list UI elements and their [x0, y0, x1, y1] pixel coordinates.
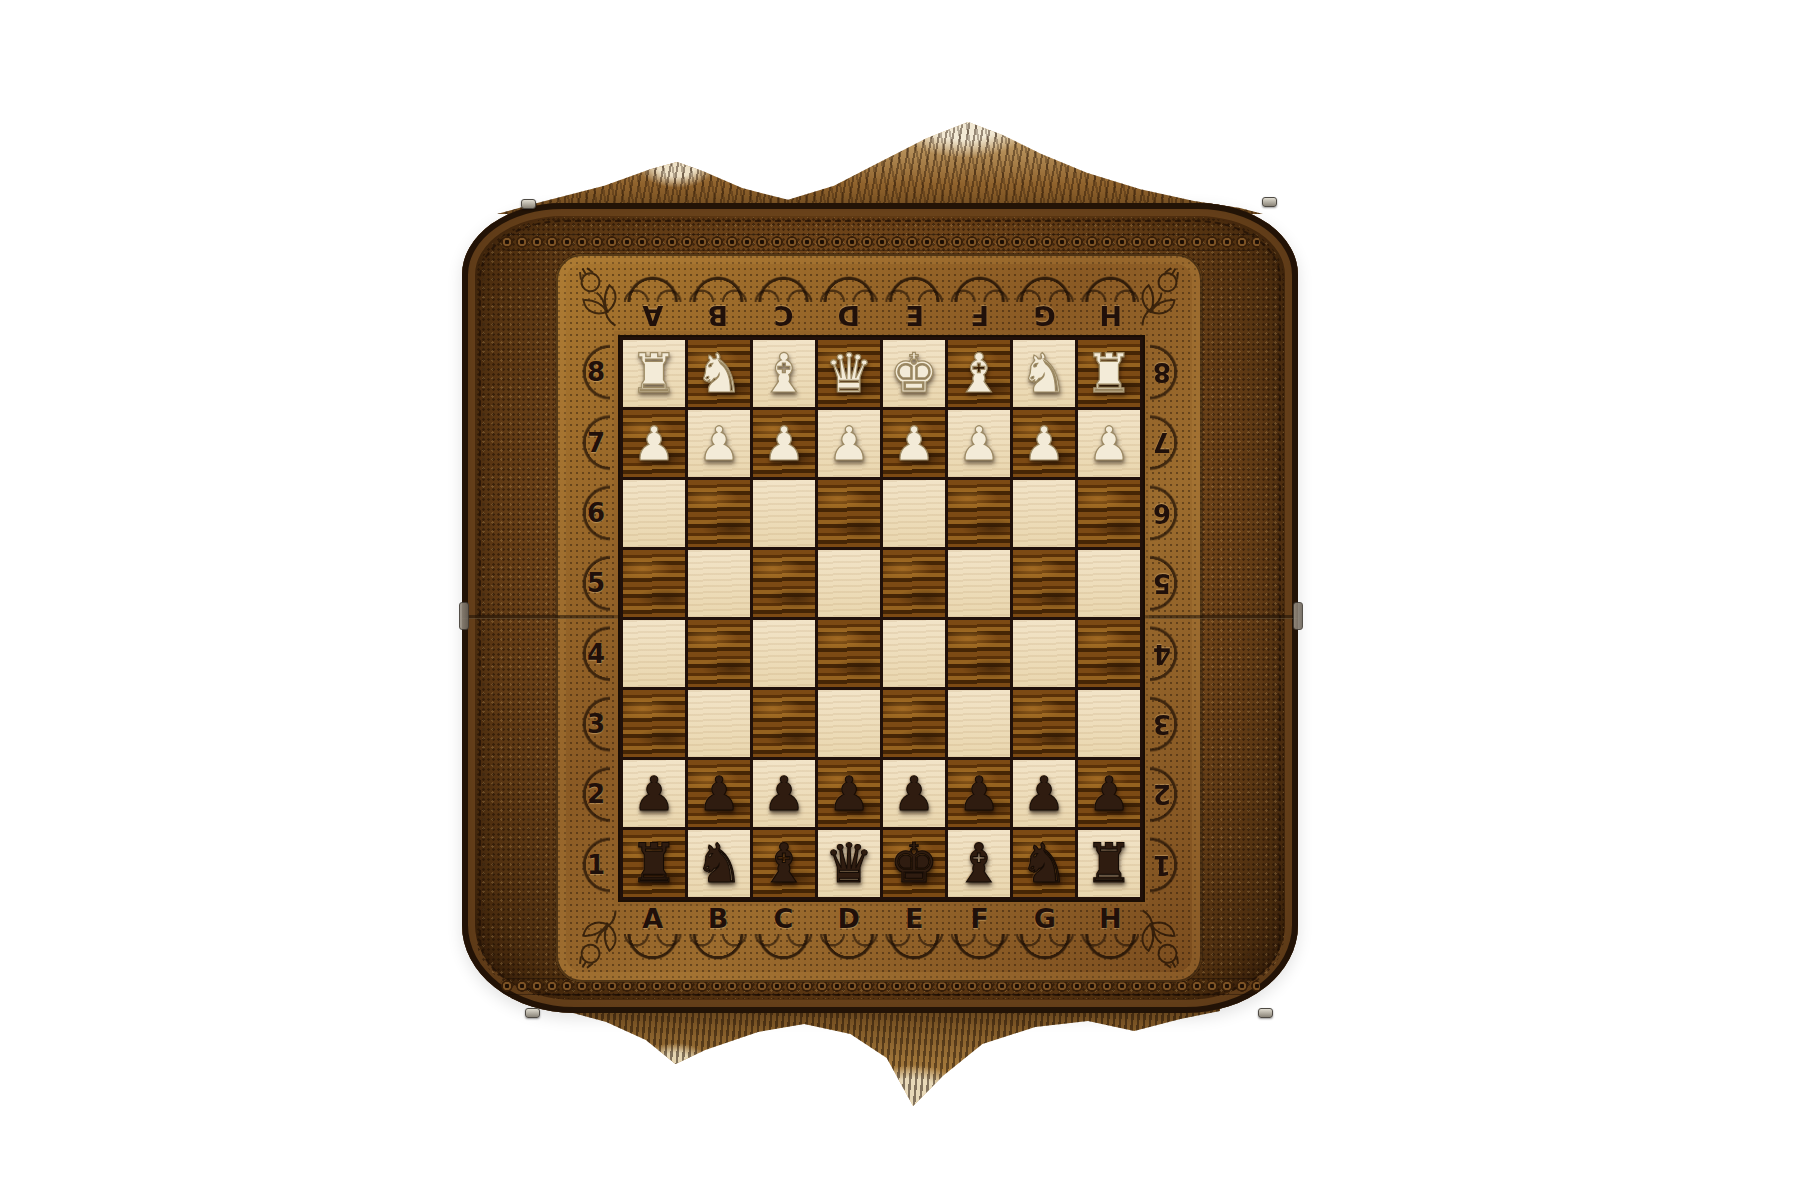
file-label-e: E [882, 901, 947, 935]
file-label-f: F [947, 901, 1012, 935]
square-d3 [818, 690, 880, 757]
rank-label-1: 1 [578, 830, 614, 900]
chess-board: ♜♞♝♛♚♝♞♜♟♟♟♟♟♟♟♟♟♟♟♟♟♟♟♟♜♞♝♛♚♝♞♜ [620, 337, 1143, 900]
white-pawn: ♟ [1023, 420, 1065, 467]
square-h8: ♜ [1078, 340, 1140, 407]
rank-label-3: 3 [1144, 689, 1180, 759]
black-knight: ♞ [695, 837, 743, 891]
file-label-d: D [816, 901, 881, 935]
square-d8: ♛ [818, 340, 880, 407]
file-label-c: C [751, 299, 816, 333]
rank-label-8: 8 [1144, 337, 1180, 407]
file-labels-top: ABCDEFGH [620, 299, 1143, 333]
square-h4 [1078, 620, 1140, 687]
rank-label-2: 2 [578, 759, 614, 829]
file-label-g: G [1012, 299, 1077, 333]
black-queen: ♛ [825, 837, 873, 891]
square-f4 [948, 620, 1010, 687]
square-d5 [818, 550, 880, 617]
corner-pin-top-right [1262, 197, 1277, 207]
white-queen: ♛ [825, 347, 873, 401]
black-rook: ♜ [1085, 837, 1133, 891]
black-pawn: ♟ [1023, 770, 1065, 817]
black-pawn: ♟ [958, 770, 1000, 817]
rank-label-4: 4 [1144, 619, 1180, 689]
file-label-a: A [620, 299, 685, 333]
rank-label-4: 4 [578, 619, 614, 689]
black-bishop: ♝ [760, 837, 808, 891]
square-f2: ♟ [948, 760, 1010, 827]
file-label-b: B [685, 901, 750, 935]
rank-labels-left: 87654321 [578, 337, 614, 900]
corner-pin-bottom-left [525, 1008, 540, 1018]
file-label-h: H [1078, 901, 1143, 935]
square-b2: ♟ [688, 760, 750, 827]
corner-pin-top-left [521, 199, 536, 209]
lace-arches-bottom [620, 934, 1143, 974]
rank-label-5: 5 [578, 548, 614, 618]
square-h3 [1078, 690, 1140, 757]
white-pawn: ♟ [958, 420, 1000, 467]
square-e3 [883, 690, 945, 757]
rank-labels-right: 87654321 [1144, 337, 1180, 900]
square-a1: ♜ [623, 830, 685, 897]
square-g4 [1013, 620, 1075, 687]
black-pawn: ♟ [698, 770, 740, 817]
rank-label-8: 8 [578, 337, 614, 407]
file-labels-bottom: ABCDEFGH [620, 901, 1143, 935]
white-pawn: ♟ [893, 420, 935, 467]
white-bishop: ♝ [955, 347, 1003, 401]
white-knight: ♞ [695, 347, 743, 401]
square-b8: ♞ [688, 340, 750, 407]
square-e5 [883, 550, 945, 617]
square-b7: ♟ [688, 410, 750, 477]
square-a5 [623, 550, 685, 617]
square-d7: ♟ [818, 410, 880, 477]
black-knight: ♞ [1020, 837, 1068, 891]
rank-label-6: 6 [578, 478, 614, 548]
rank-label-6: 6 [1144, 478, 1180, 548]
black-bishop: ♝ [955, 837, 1003, 891]
square-c8: ♝ [753, 340, 815, 407]
rank-label-1: 1 [1144, 830, 1180, 900]
file-label-h: H [1078, 299, 1143, 333]
rank-label-3: 3 [578, 689, 614, 759]
white-knight: ♞ [1020, 347, 1068, 401]
square-d6 [818, 480, 880, 547]
black-rook: ♜ [630, 837, 678, 891]
square-b3 [688, 690, 750, 757]
square-f7: ♟ [948, 410, 1010, 477]
white-pawn: ♟ [698, 420, 740, 467]
square-c3 [753, 690, 815, 757]
black-pawn: ♟ [828, 770, 870, 817]
white-pawn: ♟ [1088, 420, 1130, 467]
square-a8: ♜ [623, 340, 685, 407]
rank-label-5: 5 [1144, 548, 1180, 618]
square-c4 [753, 620, 815, 687]
file-label-b: B [685, 299, 750, 333]
square-e4 [883, 620, 945, 687]
square-g3 [1013, 690, 1075, 757]
square-e2: ♟ [883, 760, 945, 827]
file-label-d: D [816, 299, 881, 333]
square-g2: ♟ [1013, 760, 1075, 827]
white-king: ♚ [890, 347, 938, 401]
square-c6 [753, 480, 815, 547]
file-label-g: G [1012, 901, 1077, 935]
white-pawn: ♟ [763, 420, 805, 467]
white-rook: ♜ [630, 347, 678, 401]
black-pawn: ♟ [763, 770, 805, 817]
square-b4 [688, 620, 750, 687]
square-e8: ♚ [883, 340, 945, 407]
square-a7: ♟ [623, 410, 685, 477]
square-g5 [1013, 550, 1075, 617]
file-label-f: F [947, 299, 1012, 333]
file-label-e: E [882, 299, 947, 333]
file-label-a: A [620, 901, 685, 935]
square-b6 [688, 480, 750, 547]
bottom-leaf-carving [560, 1006, 1220, 1106]
square-a2: ♟ [623, 760, 685, 827]
white-rook: ♜ [1085, 347, 1133, 401]
white-bishop: ♝ [760, 347, 808, 401]
square-d1: ♛ [818, 830, 880, 897]
square-b5 [688, 550, 750, 617]
square-f1: ♝ [948, 830, 1010, 897]
square-d2: ♟ [818, 760, 880, 827]
rank-label-7: 7 [1144, 407, 1180, 477]
square-g7: ♟ [1013, 410, 1075, 477]
black-pawn: ♟ [893, 770, 935, 817]
square-h2: ♟ [1078, 760, 1140, 827]
white-pawn: ♟ [633, 420, 675, 467]
black-pawn: ♟ [1088, 770, 1130, 817]
photo-canvas: ABCDEFGH ABCDEFGH 87654321 87654321 ♜♞♝♛… [0, 0, 1800, 1200]
rank-label-7: 7 [578, 407, 614, 477]
square-e6 [883, 480, 945, 547]
square-e1: ♚ [883, 830, 945, 897]
square-c1: ♝ [753, 830, 815, 897]
square-g6 [1013, 480, 1075, 547]
square-f5 [948, 550, 1010, 617]
square-a6 [623, 480, 685, 547]
white-pawn: ♟ [828, 420, 870, 467]
square-f6 [948, 480, 1010, 547]
square-h6 [1078, 480, 1140, 547]
corner-pin-bottom-right [1258, 1008, 1273, 1018]
square-c2: ♟ [753, 760, 815, 827]
square-a3 [623, 690, 685, 757]
black-king: ♚ [890, 837, 938, 891]
square-d4 [818, 620, 880, 687]
square-a4 [623, 620, 685, 687]
square-g1: ♞ [1013, 830, 1075, 897]
bead-row-top [500, 234, 1260, 251]
square-b1: ♞ [688, 830, 750, 897]
rank-label-2: 2 [1144, 759, 1180, 829]
square-h5 [1078, 550, 1140, 617]
square-f3 [948, 690, 1010, 757]
square-f8: ♝ [948, 340, 1010, 407]
black-pawn: ♟ [633, 770, 675, 817]
hinge-right [1293, 602, 1303, 630]
square-c5 [753, 550, 815, 617]
square-h1: ♜ [1078, 830, 1140, 897]
square-g8: ♞ [1013, 340, 1075, 407]
file-label-c: C [751, 901, 816, 935]
mount-ararat-carving [497, 96, 1263, 214]
square-c7: ♟ [753, 410, 815, 477]
square-e7: ♟ [883, 410, 945, 477]
square-h7: ♟ [1078, 410, 1140, 477]
lace-arches-top [620, 262, 1143, 302]
hinge-left [459, 602, 469, 630]
